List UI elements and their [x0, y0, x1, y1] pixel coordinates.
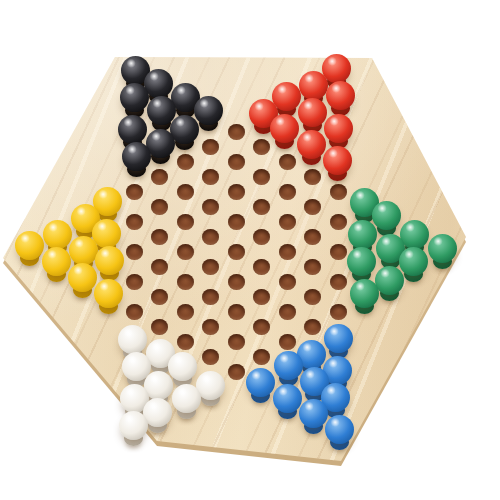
- marble-green: [375, 266, 404, 295]
- product-photo: [0, 0, 500, 500]
- board-hole: [151, 289, 168, 305]
- board-hole: [279, 214, 296, 230]
- board-hole: [253, 169, 270, 185]
- board-hole: [279, 244, 296, 260]
- board-hole: [228, 304, 245, 320]
- board-hole: [228, 334, 245, 350]
- marble-yellow: [43, 220, 72, 249]
- marble-blue: [299, 399, 328, 428]
- marble-red: [298, 98, 327, 127]
- board-hole: [177, 184, 194, 200]
- board-hole: [151, 169, 168, 185]
- board-hole: [330, 244, 347, 260]
- board-hole: [177, 244, 194, 260]
- board-hole: [177, 334, 194, 350]
- board-hole: [304, 229, 321, 245]
- marble-red: [326, 81, 355, 110]
- board-hole: [177, 274, 194, 290]
- marble-white: [118, 325, 147, 354]
- board-hole: [253, 199, 270, 215]
- marble-white: [172, 384, 201, 413]
- board-hole: [202, 349, 219, 365]
- board-hole: [202, 169, 219, 185]
- board-hole: [253, 259, 270, 275]
- board-hole: [253, 319, 270, 335]
- board-hole: [228, 364, 245, 380]
- board-hole: [304, 289, 321, 305]
- board-hole: [126, 244, 143, 260]
- marble-yellow: [94, 279, 123, 308]
- board-hole: [177, 214, 194, 230]
- marble-green: [348, 220, 377, 249]
- marble-yellow: [69, 236, 98, 265]
- board-hole: [151, 259, 168, 275]
- board-hole: [228, 244, 245, 260]
- board-hole: [202, 319, 219, 335]
- marble-black: [122, 142, 151, 171]
- board-hole: [330, 304, 347, 320]
- board-hole: [279, 154, 296, 170]
- board-hole: [202, 259, 219, 275]
- board-hole: [304, 199, 321, 215]
- board-hole: [228, 154, 245, 170]
- board-hole: [151, 199, 168, 215]
- board-hole: [228, 274, 245, 290]
- board-hole: [304, 259, 321, 275]
- board-hole: [304, 319, 321, 335]
- marble-green: [428, 234, 457, 263]
- marble-red: [323, 146, 352, 175]
- board-hole: [228, 184, 245, 200]
- board-hole: [126, 304, 143, 320]
- marble-yellow: [68, 263, 97, 292]
- board-hole: [330, 184, 347, 200]
- board-hole: [279, 184, 296, 200]
- marble-blue: [246, 368, 275, 397]
- board-hole: [151, 319, 168, 335]
- board-hole: [330, 214, 347, 230]
- marble-red: [297, 130, 326, 159]
- marble-red: [299, 71, 328, 100]
- board-hole: [202, 139, 219, 155]
- board-hole: [126, 184, 143, 200]
- marble-blue: [273, 384, 302, 413]
- marble-green: [399, 247, 428, 276]
- marble-white: [119, 411, 148, 440]
- board-hole: [202, 229, 219, 245]
- board-hole: [126, 214, 143, 230]
- board-hole: [279, 304, 296, 320]
- board-hole: [126, 274, 143, 290]
- board-hole: [228, 214, 245, 230]
- marble-red: [324, 114, 353, 143]
- board-hole: [202, 289, 219, 305]
- marble-black: [118, 115, 147, 144]
- marble-blue: [325, 415, 354, 444]
- board-hole: [279, 334, 296, 350]
- board-hole: [279, 274, 296, 290]
- board-hole: [253, 289, 270, 305]
- marble-yellow: [42, 247, 71, 276]
- board-hole: [304, 169, 321, 185]
- board-hole: [228, 124, 245, 140]
- marble-black: [120, 83, 149, 112]
- board-hole: [253, 229, 270, 245]
- board-hole: [177, 304, 194, 320]
- board-hole: [253, 139, 270, 155]
- marble-green: [347, 247, 376, 276]
- board-hole: [151, 229, 168, 245]
- board-hole: [177, 154, 194, 170]
- board-hole: [202, 199, 219, 215]
- board-hole: [253, 349, 270, 365]
- marble-blue: [324, 324, 353, 353]
- board-hole: [330, 274, 347, 290]
